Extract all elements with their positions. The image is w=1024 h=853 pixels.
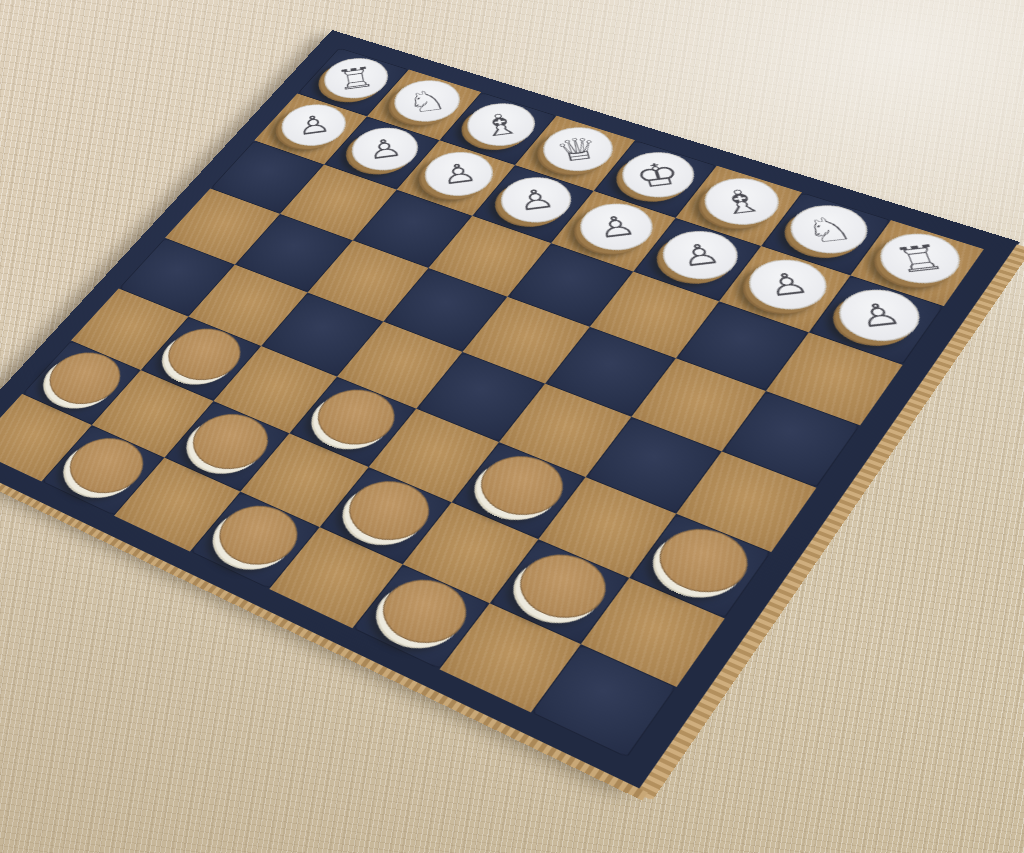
hand-drawn-pawn-icon: ♙ bbox=[294, 109, 333, 141]
hand-drawn-knight-icon: ♘ bbox=[404, 82, 451, 119]
hand-drawn-pawn-icon: ♙ bbox=[593, 209, 640, 245]
board-grid: ♖♘♗♕♔♗♘♖♙♙♙♙♙♙♙♙ bbox=[0, 48, 984, 758]
chess-board: ♖♘♗♕♔♗♘♖♙♙♙♙♙♙♙♙ bbox=[0, 30, 1020, 790]
hand-drawn-pawn-icon: ♙ bbox=[514, 182, 559, 217]
hand-drawn-knight-icon: ♘ bbox=[799, 208, 859, 251]
tabletop-photo: ♖♘♗♕♔♗♘♖♙♙♙♙♙♙♙♙ bbox=[0, 0, 1024, 853]
hand-drawn-rook-icon: ♖ bbox=[889, 236, 952, 280]
hand-drawn-pawn-icon: ♙ bbox=[852, 296, 907, 335]
hand-drawn-queen-icon: ♕ bbox=[552, 129, 604, 168]
hand-drawn-rook-icon: ♖ bbox=[334, 60, 379, 96]
hand-drawn-pawn-icon: ♙ bbox=[676, 236, 725, 273]
hand-drawn-bishop-icon: ♗ bbox=[476, 105, 525, 143]
hand-drawn-pawn-icon: ♙ bbox=[438, 157, 481, 191]
hand-drawn-king-icon: ♔ bbox=[631, 154, 685, 195]
hand-drawn-pawn-icon: ♙ bbox=[762, 265, 814, 303]
hand-drawn-pawn-icon: ♙ bbox=[365, 132, 406, 165]
hand-drawn-bishop-icon: ♗ bbox=[713, 181, 770, 223]
